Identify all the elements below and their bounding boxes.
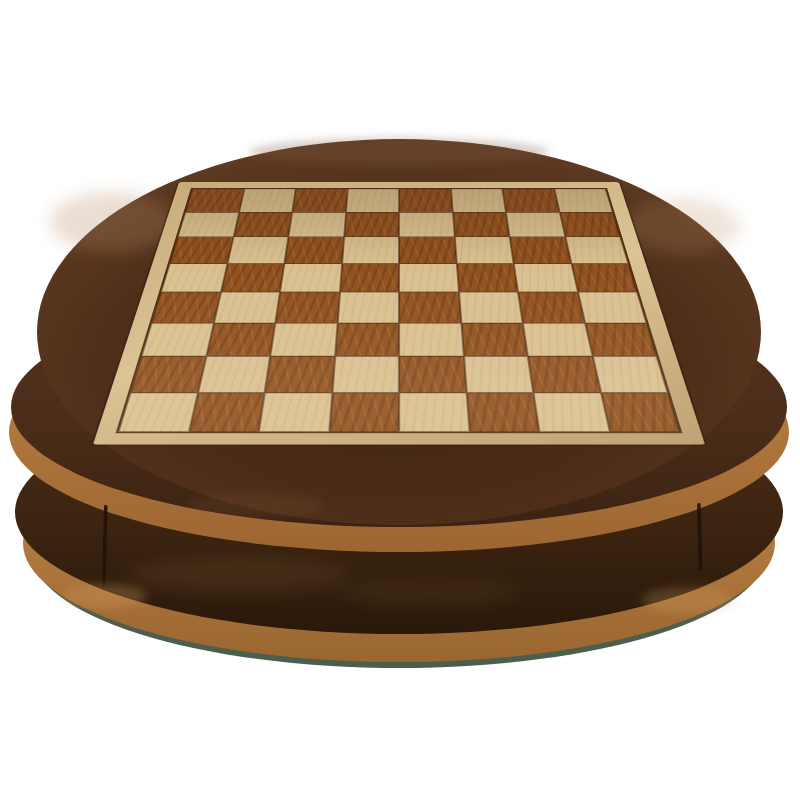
square-r0c3 xyxy=(346,189,399,212)
square-r6c4 xyxy=(399,356,466,392)
square-r7c5 xyxy=(466,392,539,431)
square-r3c4 xyxy=(399,263,459,292)
square-r7c4 xyxy=(399,392,469,431)
square-r7c3 xyxy=(329,392,399,431)
square-r0c6 xyxy=(502,189,559,212)
square-r4c1 xyxy=(213,292,280,323)
square-r3c5 xyxy=(456,263,518,292)
square-r5c6 xyxy=(523,323,592,356)
square-r6c3 xyxy=(332,356,399,392)
square-r1c5 xyxy=(452,212,509,237)
board-frame xyxy=(93,182,705,444)
square-r1c6 xyxy=(506,212,565,237)
square-r2c2 xyxy=(284,237,343,264)
lid-sheen-left xyxy=(50,192,174,252)
square-r0c7 xyxy=(554,189,613,212)
base-tan-highlight-right xyxy=(642,587,734,613)
square-r7c0 xyxy=(118,392,197,431)
lid-sheen-top xyxy=(249,138,549,166)
square-r5c2 xyxy=(270,323,337,356)
square-r1c3 xyxy=(344,212,399,237)
walnut-scuff xyxy=(130,557,350,593)
square-r4c7 xyxy=(578,292,647,323)
square-r2c1 xyxy=(227,237,288,264)
square-r7c1 xyxy=(189,392,265,431)
lid-sheen-right xyxy=(624,198,740,254)
square-r2c4 xyxy=(399,237,456,264)
square-r2c0 xyxy=(170,237,233,264)
square-r2c3 xyxy=(342,237,399,264)
square-r6c0 xyxy=(130,356,205,392)
square-r6c7 xyxy=(592,356,667,392)
square-r3c3 xyxy=(340,263,400,292)
square-r7c7 xyxy=(600,392,679,431)
square-r1c2 xyxy=(288,212,345,237)
square-r5c1 xyxy=(206,323,275,356)
square-r0c2 xyxy=(292,189,347,212)
square-r0c5 xyxy=(451,189,506,212)
chessboard xyxy=(93,182,705,444)
square-r7c2 xyxy=(259,392,332,431)
square-r6c2 xyxy=(265,356,335,392)
square-r6c6 xyxy=(528,356,601,392)
square-r7c6 xyxy=(533,392,609,431)
square-r5c3 xyxy=(335,323,399,356)
square-r4c0 xyxy=(152,292,221,323)
square-r6c5 xyxy=(463,356,533,392)
square-r1c0 xyxy=(178,212,239,237)
square-r0c1 xyxy=(239,189,296,212)
base-tan-highlight-left xyxy=(63,584,147,608)
square-r1c1 xyxy=(233,212,292,237)
square-r4c3 xyxy=(337,292,399,323)
square-r2c6 xyxy=(510,237,571,264)
square-r3c6 xyxy=(514,263,578,292)
square-r3c1 xyxy=(221,263,285,292)
walnut-scuff xyxy=(340,578,520,606)
square-r5c5 xyxy=(461,323,528,356)
square-r4c2 xyxy=(275,292,339,323)
square-r1c4 xyxy=(399,212,454,237)
square-r5c7 xyxy=(585,323,657,356)
square-r3c7 xyxy=(571,263,637,292)
product-photo xyxy=(0,0,800,800)
square-r4c5 xyxy=(459,292,523,323)
square-r2c5 xyxy=(454,237,513,264)
square-r0c4 xyxy=(399,189,452,212)
square-r3c0 xyxy=(161,263,227,292)
square-r5c4 xyxy=(399,323,463,356)
square-r4c6 xyxy=(518,292,585,323)
square-r2c7 xyxy=(565,237,628,264)
square-r1c7 xyxy=(559,212,620,237)
square-r5c0 xyxy=(141,323,213,356)
square-r0c0 xyxy=(185,189,244,212)
lid-side-reflection xyxy=(185,492,325,518)
square-r3c2 xyxy=(280,263,342,292)
board-grid xyxy=(116,188,683,433)
square-r4c4 xyxy=(399,292,461,323)
square-r6c1 xyxy=(198,356,271,392)
